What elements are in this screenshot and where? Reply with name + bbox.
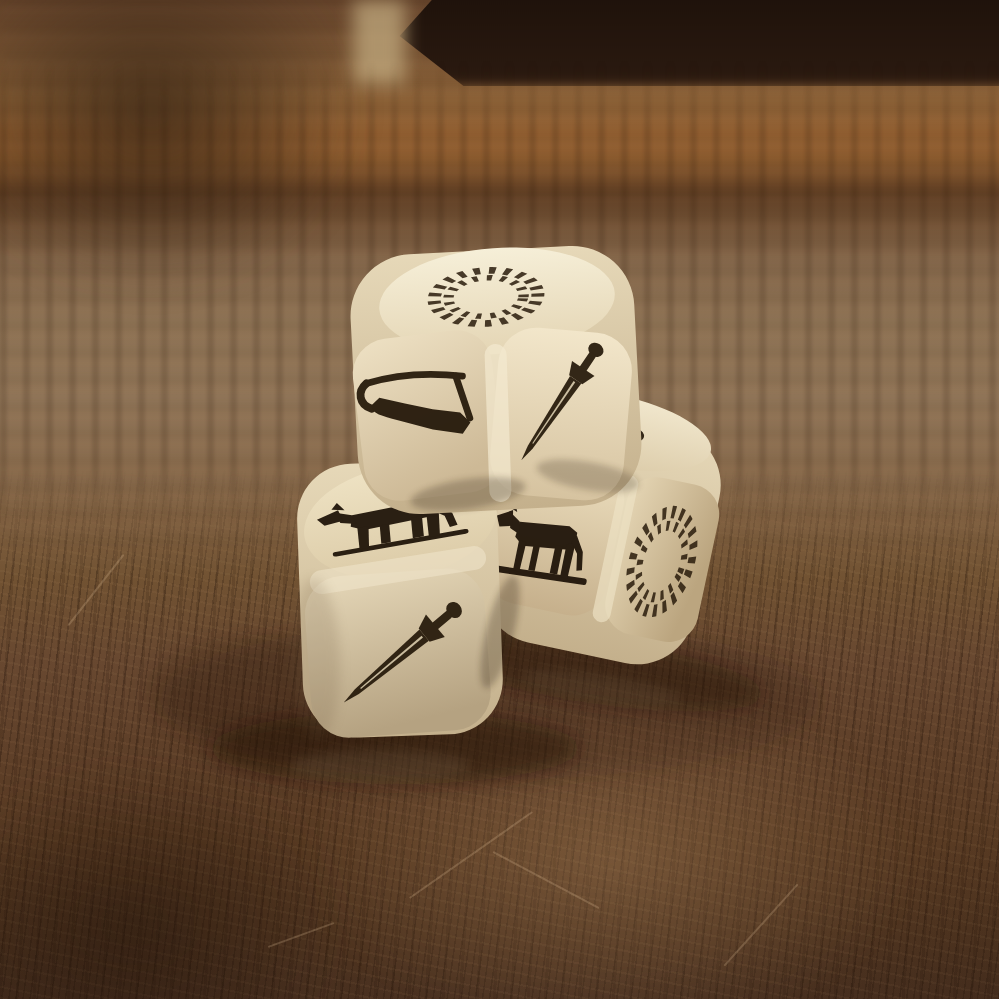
- table-photo: [0, 0, 999, 999]
- dice-stack: [0, 0, 999, 999]
